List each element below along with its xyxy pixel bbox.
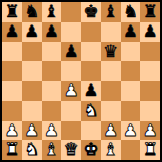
square-c2[interactable]: ♟ [42,121,62,141]
square-f1[interactable]: ♝ [101,140,121,160]
piece-black-king[interactable]: ♚ [83,2,98,22]
piece-white-rook[interactable]: ♜ [143,140,158,160]
piece-white-knight[interactable]: ♞ [24,140,39,160]
square-e1[interactable]: ♚ [81,140,101,160]
piece-black-pawn[interactable]: ♟ [143,22,158,42]
piece-black-pawn[interactable]: ♟ [83,81,98,101]
square-c8[interactable]: ♝ [42,2,62,22]
piece-white-king[interactable]: ♚ [83,140,98,160]
square-g7[interactable]: ♟ [121,22,141,42]
piece-white-pawn[interactable]: ♟ [4,121,19,141]
piece-white-queen[interactable]: ♛ [64,140,79,160]
square-g5[interactable] [121,61,141,81]
square-b5[interactable] [22,61,42,81]
square-d4[interactable]: ♟ [61,81,81,101]
square-d2[interactable] [61,121,81,141]
piece-black-pawn[interactable]: ♟ [123,22,138,42]
piece-black-pawn[interactable]: ♟ [4,22,19,42]
square-b6[interactable] [22,42,42,62]
square-c1[interactable]: ♝ [42,140,62,160]
piece-black-bishop[interactable]: ♝ [44,2,59,22]
square-h7[interactable]: ♟ [140,22,160,42]
piece-white-rook[interactable]: ♜ [4,140,19,160]
square-f5[interactable] [101,61,121,81]
piece-white-pawn[interactable]: ♟ [24,121,39,141]
square-f6[interactable]: ♛ [101,42,121,62]
square-h8[interactable]: ♜ [140,2,160,22]
piece-white-pawn[interactable]: ♟ [44,121,59,141]
piece-white-pawn[interactable]: ♟ [103,121,118,141]
piece-black-knight[interactable]: ♞ [24,2,39,22]
square-f2[interactable]: ♟ [101,121,121,141]
square-b4[interactable] [22,81,42,101]
piece-white-pawn[interactable]: ♟ [64,81,79,101]
piece-black-pawn[interactable]: ♟ [24,22,39,42]
square-d5[interactable] [61,61,81,81]
piece-white-bishop[interactable]: ♝ [44,140,59,160]
square-d8[interactable] [61,2,81,22]
square-h3[interactable] [140,101,160,121]
square-g8[interactable]: ♞ [121,2,141,22]
square-a6[interactable] [2,42,22,62]
square-c7[interactable]: ♟ [42,22,62,42]
square-h4[interactable] [140,81,160,101]
square-g6[interactable] [121,42,141,62]
square-b1[interactable]: ♞ [22,140,42,160]
square-b3[interactable] [22,101,42,121]
square-h5[interactable] [140,61,160,81]
square-b7[interactable]: ♟ [22,22,42,42]
square-f7[interactable] [101,22,121,42]
square-b2[interactable]: ♟ [22,121,42,141]
square-g2[interactable]: ♟ [121,121,141,141]
chess-board: ♜♞♝♚♝♞♜♟♟♟♟♟♟♛♟♟♞♟♟♟♟♟♟♜♞♝♛♚♝♜ [0,0,162,162]
square-e5[interactable] [81,61,101,81]
square-e2[interactable] [81,121,101,141]
square-f3[interactable] [101,101,121,121]
square-d7[interactable] [61,22,81,42]
square-g3[interactable] [121,101,141,121]
piece-black-knight[interactable]: ♞ [123,2,138,22]
square-c5[interactable] [42,61,62,81]
square-c4[interactable] [42,81,62,101]
square-a8[interactable]: ♜ [2,2,22,22]
square-a4[interactable] [2,81,22,101]
square-d1[interactable]: ♛ [61,140,81,160]
piece-white-knight[interactable]: ♞ [83,101,98,121]
square-h1[interactable]: ♜ [140,140,160,160]
square-f4[interactable] [101,81,121,101]
square-e3[interactable]: ♞ [81,101,101,121]
piece-white-bishop[interactable]: ♝ [103,140,118,160]
square-a3[interactable] [2,101,22,121]
piece-black-rook[interactable]: ♜ [4,2,19,22]
piece-white-pawn[interactable]: ♟ [143,121,158,141]
piece-black-rook[interactable]: ♜ [143,2,158,22]
piece-black-pawn[interactable]: ♟ [44,22,59,42]
square-c6[interactable] [42,42,62,62]
square-e6[interactable] [81,42,101,62]
piece-black-bishop[interactable]: ♝ [103,2,118,22]
square-a7[interactable]: ♟ [2,22,22,42]
square-f8[interactable]: ♝ [101,2,121,22]
square-b8[interactable]: ♞ [22,2,42,22]
square-a1[interactable]: ♜ [2,140,22,160]
square-h6[interactable] [140,42,160,62]
piece-black-pawn[interactable]: ♟ [64,42,79,62]
square-a5[interactable] [2,61,22,81]
square-h2[interactable]: ♟ [140,121,160,141]
piece-black-queen[interactable]: ♛ [103,42,118,62]
square-e8[interactable]: ♚ [81,2,101,22]
square-d3[interactable] [61,101,81,121]
square-e4[interactable]: ♟ [81,81,101,101]
square-d6[interactable]: ♟ [61,42,81,62]
square-g4[interactable] [121,81,141,101]
square-a2[interactable]: ♟ [2,121,22,141]
square-g1[interactable] [121,140,141,160]
square-c3[interactable] [42,101,62,121]
square-e7[interactable] [81,22,101,42]
piece-white-pawn[interactable]: ♟ [123,121,138,141]
